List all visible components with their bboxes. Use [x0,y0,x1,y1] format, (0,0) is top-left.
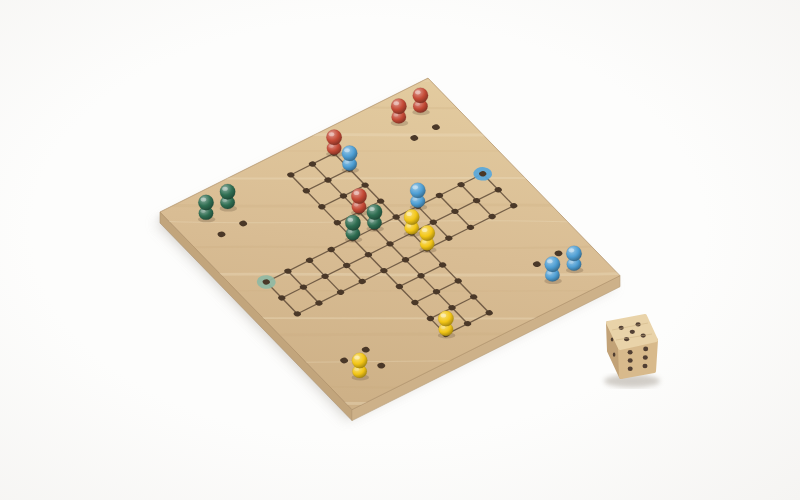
photo-stage [0,0,800,500]
ludo-scene [0,0,800,500]
die[interactable] [604,316,660,388]
